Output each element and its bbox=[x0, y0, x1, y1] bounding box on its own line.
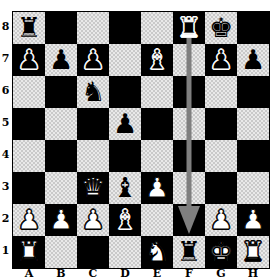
square-h6[interactable] bbox=[237, 76, 269, 108]
file-label-E: E bbox=[141, 268, 173, 280]
square-e3[interactable]: ♟ bbox=[141, 172, 173, 204]
piece-black-bishop-d2[interactable]: ♝ bbox=[109, 204, 141, 236]
square-e5[interactable] bbox=[141, 108, 173, 140]
square-d1[interactable] bbox=[109, 236, 141, 268]
square-h3[interactable] bbox=[237, 172, 269, 204]
square-g7[interactable]: ♟ bbox=[205, 44, 237, 76]
square-e6[interactable] bbox=[141, 76, 173, 108]
piece-black-pawn-c7[interactable]: ♟ bbox=[77, 44, 109, 76]
square-g4[interactable] bbox=[205, 140, 237, 172]
square-d2[interactable]: ♝ bbox=[109, 204, 141, 236]
piece-black-pawn-d5[interactable]: ♟ bbox=[109, 108, 141, 140]
rank-label-5: 5 bbox=[0, 107, 11, 139]
rank-label-2: 2 bbox=[0, 203, 11, 235]
piece-black-pawn-a7[interactable]: ♟ bbox=[13, 44, 45, 76]
rank-label-7: 7 bbox=[0, 43, 11, 75]
piece-black-bishop-e7[interactable]: ♝ bbox=[141, 44, 173, 76]
square-c6[interactable]: ♞ bbox=[77, 76, 109, 108]
square-h7[interactable]: ♟ bbox=[237, 44, 269, 76]
square-h2[interactable]: ♟ bbox=[237, 204, 269, 236]
square-e4[interactable] bbox=[141, 140, 173, 172]
square-f5[interactable] bbox=[173, 108, 205, 140]
square-c5[interactable] bbox=[77, 108, 109, 140]
square-b7[interactable]: ♟ bbox=[45, 44, 77, 76]
square-g1[interactable]: ♚ bbox=[205, 236, 237, 268]
file-label-F: F bbox=[173, 268, 205, 280]
rank-label-4: 4 bbox=[0, 139, 11, 171]
square-g3[interactable] bbox=[205, 172, 237, 204]
square-g5[interactable] bbox=[205, 108, 237, 140]
piece-white-pawn-g2[interactable]: ♟ bbox=[205, 204, 237, 236]
square-c8[interactable] bbox=[77, 12, 109, 44]
rank-label-8: 8 bbox=[0, 11, 11, 43]
square-e7[interactable]: ♝ bbox=[141, 44, 173, 76]
square-d5[interactable]: ♟ bbox=[109, 108, 141, 140]
square-g2[interactable]: ♟ bbox=[205, 204, 237, 236]
piece-white-rook-a1[interactable]: ♜ bbox=[13, 236, 45, 268]
piece-black-bishop-d3[interactable]: ♝ bbox=[109, 172, 141, 204]
square-b2[interactable]: ♟ bbox=[45, 204, 77, 236]
file-label-G: G bbox=[205, 268, 237, 280]
square-h8[interactable] bbox=[237, 12, 269, 44]
square-f3[interactable] bbox=[173, 172, 205, 204]
file-label-C: C bbox=[77, 268, 109, 280]
square-e8[interactable] bbox=[141, 12, 173, 44]
square-b5[interactable] bbox=[45, 108, 77, 140]
square-a3[interactable] bbox=[13, 172, 45, 204]
rank-label-6: 6 bbox=[0, 75, 11, 107]
square-c4[interactable] bbox=[77, 140, 109, 172]
piece-white-pawn-e3[interactable]: ♟ bbox=[141, 172, 173, 204]
piece-white-pawn-h2[interactable]: ♟ bbox=[237, 204, 269, 236]
square-a8[interactable]: ♜ bbox=[13, 12, 45, 44]
square-b3[interactable] bbox=[45, 172, 77, 204]
file-label-B: B bbox=[45, 268, 77, 280]
square-f8[interactable]: ♜ bbox=[173, 12, 205, 44]
square-d8[interactable] bbox=[109, 12, 141, 44]
square-a1[interactable]: ♜ bbox=[13, 236, 45, 268]
rank-label-1: 1 bbox=[0, 235, 11, 267]
piece-white-queen-c3[interactable]: ♛ bbox=[77, 172, 109, 204]
square-h1[interactable]: ♜ bbox=[237, 236, 269, 268]
square-a6[interactable] bbox=[13, 76, 45, 108]
file-label-A: A bbox=[13, 268, 45, 280]
square-c3[interactable]: ♛ bbox=[77, 172, 109, 204]
piece-white-king-g1[interactable]: ♚ bbox=[205, 236, 237, 268]
piece-white-knight-e1[interactable]: ♞ bbox=[141, 236, 173, 268]
piece-white-pawn-b2[interactable]: ♟ bbox=[45, 204, 77, 236]
piece-black-pawn-b7[interactable]: ♟ bbox=[45, 44, 77, 76]
square-b8[interactable] bbox=[45, 12, 77, 44]
square-d3[interactable]: ♝ bbox=[109, 172, 141, 204]
square-c2[interactable]: ♟ bbox=[77, 204, 109, 236]
square-a7[interactable]: ♟ bbox=[13, 44, 45, 76]
chessboard-frame: ♜♜♚♟♟♟♝♟♟♞♟♛♝♟♟♟♟♝♟♟♜♞♜♚♜ 87654321 ABCDE… bbox=[0, 0, 280, 280]
square-b4[interactable] bbox=[45, 140, 77, 172]
piece-black-pawn-h7[interactable]: ♟ bbox=[237, 44, 269, 76]
piece-black-rook-f1[interactable]: ♜ bbox=[173, 236, 205, 268]
rank-label-3: 3 bbox=[0, 171, 11, 203]
square-f2[interactable] bbox=[173, 204, 205, 236]
file-label-H: H bbox=[237, 268, 269, 280]
square-f6[interactable] bbox=[173, 76, 205, 108]
square-d4[interactable] bbox=[109, 140, 141, 172]
square-g6[interactable] bbox=[205, 76, 237, 108]
square-f7[interactable] bbox=[173, 44, 205, 76]
piece-white-pawn-c2[interactable]: ♟ bbox=[77, 204, 109, 236]
chess-board: ♜♜♚♟♟♟♝♟♟♞♟♛♝♟♟♟♟♝♟♟♜♞♜♚♜ bbox=[12, 11, 270, 269]
square-b1[interactable] bbox=[45, 236, 77, 268]
piece-black-knight-c6[interactable]: ♞ bbox=[77, 76, 109, 108]
square-b6[interactable] bbox=[45, 76, 77, 108]
square-e2[interactable] bbox=[141, 204, 173, 236]
square-d6[interactable] bbox=[109, 76, 141, 108]
square-g8[interactable]: ♚ bbox=[205, 12, 237, 44]
file-label-D: D bbox=[109, 268, 141, 280]
square-h4[interactable] bbox=[237, 140, 269, 172]
square-f1[interactable]: ♜ bbox=[173, 236, 205, 268]
piece-black-king-g8[interactable]: ♚ bbox=[205, 12, 237, 44]
piece-white-rook-h1[interactable]: ♜ bbox=[237, 236, 269, 268]
square-f4[interactable] bbox=[173, 140, 205, 172]
square-a2[interactable]: ♟ bbox=[13, 204, 45, 236]
square-c1[interactable] bbox=[77, 236, 109, 268]
piece-black-rook-f8[interactable]: ♜ bbox=[173, 12, 205, 44]
square-c7[interactable]: ♟ bbox=[77, 44, 109, 76]
piece-black-pawn-g7[interactable]: ♟ bbox=[205, 44, 237, 76]
piece-white-pawn-a2[interactable]: ♟ bbox=[13, 204, 45, 236]
piece-black-rook-a8[interactable]: ♜ bbox=[13, 12, 45, 44]
square-a4[interactable] bbox=[13, 140, 45, 172]
square-h5[interactable] bbox=[237, 108, 269, 140]
square-a5[interactable] bbox=[13, 108, 45, 140]
square-e1[interactable]: ♞ bbox=[141, 236, 173, 268]
square-d7[interactable] bbox=[109, 44, 141, 76]
